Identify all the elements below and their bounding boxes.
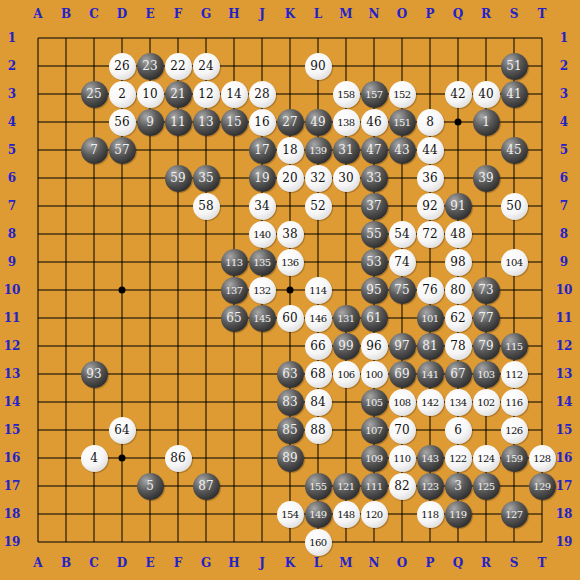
col-label-top-C: C	[80, 6, 108, 22]
stone-white-74-O9: 74	[389, 249, 416, 276]
stone-black-121-M17: 121	[333, 473, 360, 500]
stone-black-3-Q17: 3	[445, 473, 472, 500]
stone-black-145-J11: 145	[249, 305, 276, 332]
stone-black-39-R6: 39	[473, 165, 500, 192]
stone-white-108-O14: 108	[389, 389, 416, 416]
stone-white-158-M3: 158	[333, 81, 360, 108]
col-label-top-D: D	[108, 6, 136, 22]
stone-black-5-E17: 5	[137, 473, 164, 500]
stone-white-10-E3: 10	[137, 81, 164, 108]
stone-black-21-F3: 21	[165, 81, 192, 108]
stone-white-126-S15: 126	[501, 417, 528, 444]
star-point-D16	[119, 455, 126, 462]
stone-white-16-J4: 16	[249, 109, 276, 136]
col-label-top-A: A	[24, 6, 52, 22]
col-label-bottom-S: S	[500, 555, 528, 571]
stone-white-28-J3: 28	[249, 81, 276, 108]
stone-white-90-L2: 90	[305, 53, 332, 80]
stone-white-2-D3: 2	[109, 81, 136, 108]
col-label-top-H: H	[220, 6, 248, 22]
row-label-right-6: 6	[550, 170, 578, 186]
stone-black-25-C3: 25	[81, 81, 108, 108]
stone-white-134-Q14: 134	[445, 389, 472, 416]
stone-white-42-Q3: 42	[445, 81, 472, 108]
col-label-top-J: J	[248, 6, 276, 22]
stone-black-111-N17: 111	[361, 473, 388, 500]
row-label-right-9: 9	[550, 254, 578, 270]
stone-white-154-K18: 154	[277, 501, 304, 528]
col-label-top-S: S	[500, 6, 528, 22]
stone-black-63-K13: 63	[277, 361, 304, 388]
stone-white-12-G3: 12	[193, 81, 220, 108]
row-label-left-1: 1	[0, 30, 24, 46]
stone-black-93-C13: 93	[81, 361, 108, 388]
stone-white-70-O15: 70	[389, 417, 416, 444]
stone-white-142-P14: 142	[417, 389, 444, 416]
row-label-left-16: 16	[0, 450, 24, 466]
row-label-right-10: 10	[550, 282, 578, 298]
stone-black-79-R12: 79	[473, 333, 500, 360]
stone-white-24-G2: 24	[193, 53, 220, 80]
stone-white-56-D4: 56	[109, 109, 136, 136]
stone-black-141-P13: 141	[417, 361, 444, 388]
stone-white-62-Q11: 62	[445, 305, 472, 332]
stone-white-102-R14: 102	[473, 389, 500, 416]
stone-black-125-R17: 125	[473, 473, 500, 500]
col-label-bottom-M: M	[332, 555, 360, 571]
stone-black-7-C5: 7	[81, 137, 108, 164]
stone-white-96-N12: 96	[361, 333, 388, 360]
stone-white-140-J8: 140	[249, 221, 276, 248]
col-label-bottom-R: R	[472, 555, 500, 571]
col-label-bottom-H: H	[220, 555, 248, 571]
row-label-left-2: 2	[0, 58, 24, 74]
col-label-top-R: R	[472, 6, 500, 22]
stone-black-59-F6: 59	[165, 165, 192, 192]
stone-white-64-D15: 64	[109, 417, 136, 444]
stone-black-119-Q18: 119	[445, 501, 472, 528]
stone-white-18-K5: 18	[277, 137, 304, 164]
stone-black-81-P12: 81	[417, 333, 444, 360]
stone-black-9-E4: 9	[137, 109, 164, 136]
stone-black-17-J5: 17	[249, 137, 276, 164]
stone-black-11-F4: 11	[165, 109, 192, 136]
stone-black-155-L17: 155	[305, 473, 332, 500]
stone-white-148-M18: 148	[333, 501, 360, 528]
row-label-left-9: 9	[0, 254, 24, 270]
stone-black-109-N16: 109	[361, 445, 388, 472]
stone-white-104-S9: 104	[501, 249, 528, 276]
stone-black-105-N14: 105	[361, 389, 388, 416]
stone-black-75-O10: 75	[389, 277, 416, 304]
stone-white-80-Q10: 80	[445, 277, 472, 304]
row-label-left-14: 14	[0, 394, 24, 410]
row-label-left-10: 10	[0, 282, 24, 298]
stone-white-78-Q12: 78	[445, 333, 472, 360]
col-label-bottom-O: O	[388, 555, 416, 571]
row-label-right-13: 13	[550, 366, 578, 382]
stone-black-123-P17: 123	[417, 473, 444, 500]
stone-black-103-R13: 103	[473, 361, 500, 388]
stone-white-84-L14: 84	[305, 389, 332, 416]
stone-black-107-N15: 107	[361, 417, 388, 444]
stone-black-83-K14: 83	[277, 389, 304, 416]
stone-black-51-S2: 51	[501, 53, 528, 80]
stone-white-36-P6: 36	[417, 165, 444, 192]
row-label-left-11: 11	[0, 310, 24, 326]
stone-white-118-P18: 118	[417, 501, 444, 528]
row-label-right-7: 7	[550, 198, 578, 214]
stone-white-98-Q9: 98	[445, 249, 472, 276]
col-label-top-T: T	[528, 6, 556, 22]
stone-black-37-N7: 37	[361, 193, 388, 220]
stone-black-95-N10: 95	[361, 277, 388, 304]
col-label-bottom-Q: Q	[444, 555, 472, 571]
stone-white-106-M13: 106	[333, 361, 360, 388]
col-label-top-E: E	[136, 6, 164, 22]
stone-white-120-N18: 120	[361, 501, 388, 528]
stone-white-14-H3: 14	[221, 81, 248, 108]
row-label-left-18: 18	[0, 506, 24, 522]
stone-white-138-M4: 138	[333, 109, 360, 136]
col-label-top-M: M	[332, 6, 360, 22]
stone-black-45-S5: 45	[501, 137, 528, 164]
stone-white-86-F16: 86	[165, 445, 192, 472]
col-label-top-L: L	[304, 6, 332, 22]
row-label-right-14: 14	[550, 394, 578, 410]
row-label-right-2: 2	[550, 58, 578, 74]
stone-white-132-J10: 132	[249, 277, 276, 304]
stone-black-53-N9: 53	[361, 249, 388, 276]
stone-black-77-R11: 77	[473, 305, 500, 332]
stone-black-15-H4: 15	[221, 109, 248, 136]
stone-white-110-O16: 110	[389, 445, 416, 472]
stone-white-88-L15: 88	[305, 417, 332, 444]
stone-black-67-Q13: 67	[445, 361, 472, 388]
stone-white-128-T16: 128	[529, 445, 556, 472]
go-board: AABBCCDDEEFFGGHHJJKKLLMMNNOOPPQQRRSSTT11…	[0, 0, 580, 580]
stone-white-48-Q8: 48	[445, 221, 472, 248]
row-label-right-4: 4	[550, 114, 578, 130]
stone-black-157-N3: 157	[361, 81, 388, 108]
stone-black-151-O4: 151	[389, 109, 416, 136]
stone-black-135-J9: 135	[249, 249, 276, 276]
row-label-right-3: 3	[550, 86, 578, 102]
stone-white-54-O8: 54	[389, 221, 416, 248]
stone-white-44-P5: 44	[417, 137, 444, 164]
row-label-right-11: 11	[550, 310, 578, 326]
row-label-left-4: 4	[0, 114, 24, 130]
stone-white-4-C16: 4	[81, 445, 108, 472]
row-label-left-6: 6	[0, 170, 24, 186]
stone-white-38-K8: 38	[277, 221, 304, 248]
stone-black-89-K16: 89	[277, 445, 304, 472]
row-label-left-5: 5	[0, 142, 24, 158]
stone-black-57-D5: 57	[109, 137, 136, 164]
stone-white-50-S7: 50	[501, 193, 528, 220]
stone-black-101-P11: 101	[417, 305, 444, 332]
col-label-bottom-J: J	[248, 555, 276, 571]
row-label-left-7: 7	[0, 198, 24, 214]
col-label-bottom-A: A	[24, 555, 52, 571]
stone-black-73-R10: 73	[473, 277, 500, 304]
col-label-top-N: N	[360, 6, 388, 22]
stone-white-8-P4: 8	[417, 109, 444, 136]
stone-white-76-P10: 76	[417, 277, 444, 304]
row-label-right-5: 5	[550, 142, 578, 158]
stone-white-112-S13: 112	[501, 361, 528, 388]
row-label-left-12: 12	[0, 338, 24, 354]
stone-black-139-L5: 139	[305, 137, 332, 164]
star-point-D10	[119, 287, 126, 294]
stone-white-58-G7: 58	[193, 193, 220, 220]
stone-black-87-G17: 87	[193, 473, 220, 500]
row-label-left-19: 19	[0, 534, 24, 550]
col-label-bottom-C: C	[80, 555, 108, 571]
stone-black-61-N11: 61	[361, 305, 388, 332]
stone-black-127-S18: 127	[501, 501, 528, 528]
stone-white-60-K11: 60	[277, 305, 304, 332]
stone-black-35-G6: 35	[193, 165, 220, 192]
stone-black-1-R4: 1	[473, 109, 500, 136]
stone-white-34-J7: 34	[249, 193, 276, 220]
col-label-bottom-D: D	[108, 555, 136, 571]
col-label-bottom-B: B	[52, 555, 80, 571]
row-label-left-13: 13	[0, 366, 24, 382]
stone-white-114-L10: 114	[305, 277, 332, 304]
stone-white-40-R3: 40	[473, 81, 500, 108]
stone-black-115-S12: 115	[501, 333, 528, 360]
col-label-bottom-K: K	[276, 555, 304, 571]
stone-white-82-O17: 82	[389, 473, 416, 500]
stone-black-85-K15: 85	[277, 417, 304, 444]
stone-white-152-O3: 152	[389, 81, 416, 108]
stone-white-160-L19: 160	[305, 529, 332, 556]
stone-black-131-M11: 131	[333, 305, 360, 332]
stone-white-20-K6: 20	[277, 165, 304, 192]
stone-black-65-H11: 65	[221, 305, 248, 332]
stone-black-27-K4: 27	[277, 109, 304, 136]
stone-white-116-S14: 116	[501, 389, 528, 416]
stone-black-137-H10: 137	[221, 277, 248, 304]
stone-white-72-P8: 72	[417, 221, 444, 248]
row-label-right-15: 15	[550, 422, 578, 438]
stone-white-100-N13: 100	[361, 361, 388, 388]
stone-white-22-F2: 22	[165, 53, 192, 80]
col-label-top-K: K	[276, 6, 304, 22]
stone-white-136-K9: 136	[277, 249, 304, 276]
col-label-top-F: F	[164, 6, 192, 22]
stone-black-43-O5: 43	[389, 137, 416, 164]
row-label-left-15: 15	[0, 422, 24, 438]
col-label-top-O: O	[388, 6, 416, 22]
stone-white-124-R16: 124	[473, 445, 500, 472]
stone-white-52-L7: 52	[305, 193, 332, 220]
stone-white-46-N4: 46	[361, 109, 388, 136]
stone-black-69-O13: 69	[389, 361, 416, 388]
stone-black-23-E2: 23	[137, 53, 164, 80]
stone-black-99-M12: 99	[333, 333, 360, 360]
stone-white-6-Q15: 6	[445, 417, 472, 444]
stone-black-159-S16: 159	[501, 445, 528, 472]
star-point-K10	[287, 287, 294, 294]
stone-black-143-P16: 143	[417, 445, 444, 472]
stone-white-26-D2: 26	[109, 53, 136, 80]
row-label-left-8: 8	[0, 226, 24, 242]
stone-black-129-T17: 129	[529, 473, 556, 500]
stone-white-122-Q16: 122	[445, 445, 472, 472]
stone-white-32-L6: 32	[305, 165, 332, 192]
stone-black-91-Q7: 91	[445, 193, 472, 220]
row-label-right-12: 12	[550, 338, 578, 354]
col-label-top-Q: Q	[444, 6, 472, 22]
col-label-bottom-E: E	[136, 555, 164, 571]
col-label-top-P: P	[416, 6, 444, 22]
stone-black-49-L4: 49	[305, 109, 332, 136]
stone-black-33-N6: 33	[361, 165, 388, 192]
col-label-bottom-N: N	[360, 555, 388, 571]
stone-black-149-L18: 149	[305, 501, 332, 528]
row-label-left-17: 17	[0, 478, 24, 494]
row-label-right-19: 19	[550, 534, 578, 550]
col-label-bottom-L: L	[304, 555, 332, 571]
col-label-bottom-G: G	[192, 555, 220, 571]
stone-white-146-L11: 146	[305, 305, 332, 332]
row-label-right-1: 1	[550, 30, 578, 46]
stone-black-13-G4: 13	[193, 109, 220, 136]
stone-white-92-P7: 92	[417, 193, 444, 220]
stone-white-30-M6: 30	[333, 165, 360, 192]
row-label-right-8: 8	[550, 226, 578, 242]
stone-white-68-L13: 68	[305, 361, 332, 388]
stone-black-31-M5: 31	[333, 137, 360, 164]
row-label-right-18: 18	[550, 506, 578, 522]
stone-black-113-H9: 113	[221, 249, 248, 276]
stone-black-19-J6: 19	[249, 165, 276, 192]
stone-white-66-L12: 66	[305, 333, 332, 360]
stone-black-47-N5: 47	[361, 137, 388, 164]
col-label-bottom-F: F	[164, 555, 192, 571]
stone-black-97-O12: 97	[389, 333, 416, 360]
col-label-top-B: B	[52, 6, 80, 22]
col-label-top-G: G	[192, 6, 220, 22]
star-point-Q4	[455, 119, 462, 126]
stone-black-41-S3: 41	[501, 81, 528, 108]
stone-black-55-N8: 55	[361, 221, 388, 248]
col-label-bottom-T: T	[528, 555, 556, 571]
col-label-bottom-P: P	[416, 555, 444, 571]
row-label-left-3: 3	[0, 86, 24, 102]
